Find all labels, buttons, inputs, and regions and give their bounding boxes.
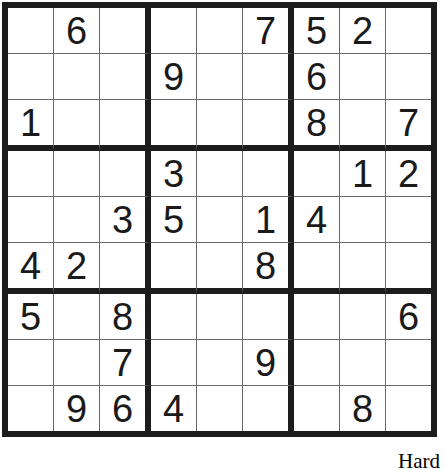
- cell-r3c6[interactable]: [243, 100, 294, 151]
- cell-r8c9[interactable]: [386, 340, 431, 386]
- sudoku-board: 6752961873123514428586799648: [2, 2, 437, 437]
- cell-r8c4[interactable]: [151, 340, 197, 386]
- cell-r6c9[interactable]: [386, 243, 431, 294]
- cell-r9c5[interactable]: [197, 386, 243, 431]
- cell-r9c6[interactable]: [243, 386, 294, 431]
- cell-r7c5[interactable]: [197, 294, 243, 340]
- cell-r1c5[interactable]: [197, 8, 243, 54]
- cell-r4c6[interactable]: [243, 151, 294, 197]
- cell-r1c3[interactable]: [100, 8, 151, 54]
- cell-r1c7[interactable]: 5: [294, 8, 340, 54]
- cell-r2c2[interactable]: [54, 54, 100, 100]
- difficulty-label: Hard: [398, 449, 440, 470]
- cell-r2c9[interactable]: [386, 54, 431, 100]
- cell-r7c8[interactable]: [340, 294, 386, 340]
- cell-r6c7[interactable]: [294, 243, 340, 294]
- cell-r6c5[interactable]: [197, 243, 243, 294]
- cell-r3c1[interactable]: 1: [8, 100, 54, 151]
- cell-r8c3[interactable]: 7: [100, 340, 151, 386]
- cell-r6c8[interactable]: [340, 243, 386, 294]
- cell-r6c6[interactable]: 8: [243, 243, 294, 294]
- cell-r2c6[interactable]: [243, 54, 294, 100]
- cell-r2c7[interactable]: 6: [294, 54, 340, 100]
- cell-r2c4[interactable]: 9: [151, 54, 197, 100]
- cell-r2c1[interactable]: [8, 54, 54, 100]
- cell-r5c6[interactable]: 1: [243, 197, 294, 243]
- cell-r1c1[interactable]: [8, 8, 54, 54]
- cell-r3c2[interactable]: [54, 100, 100, 151]
- cell-r4c1[interactable]: [8, 151, 54, 197]
- cell-r7c1[interactable]: 5: [8, 294, 54, 340]
- cell-r4c9[interactable]: 2: [386, 151, 431, 197]
- cell-r1c4[interactable]: [151, 8, 197, 54]
- sudoku-page: 6752961873123514428586799648 Hard: [0, 0, 444, 470]
- cell-r6c2[interactable]: 2: [54, 243, 100, 294]
- cell-r9c7[interactable]: [294, 386, 340, 431]
- cell-r8c6[interactable]: 9: [243, 340, 294, 386]
- cell-r5c1[interactable]: [8, 197, 54, 243]
- cell-r4c7[interactable]: [294, 151, 340, 197]
- cell-r1c6[interactable]: 7: [243, 8, 294, 54]
- cell-r9c9[interactable]: [386, 386, 431, 431]
- cell-r8c8[interactable]: [340, 340, 386, 386]
- cell-r6c3[interactable]: [100, 243, 151, 294]
- cell-r7c2[interactable]: [54, 294, 100, 340]
- cell-r8c7[interactable]: [294, 340, 340, 386]
- cell-r5c2[interactable]: [54, 197, 100, 243]
- cell-r4c4[interactable]: 3: [151, 151, 197, 197]
- cell-r9c2[interactable]: 9: [54, 386, 100, 431]
- cell-r8c5[interactable]: [197, 340, 243, 386]
- cell-r2c3[interactable]: [100, 54, 151, 100]
- cell-r2c5[interactable]: [197, 54, 243, 100]
- cell-r5c4[interactable]: 5: [151, 197, 197, 243]
- cell-r9c4[interactable]: 4: [151, 386, 197, 431]
- cell-r3c4[interactable]: [151, 100, 197, 151]
- cell-r6c1[interactable]: 4: [8, 243, 54, 294]
- cell-r9c3[interactable]: 6: [100, 386, 151, 431]
- cell-r1c9[interactable]: [386, 8, 431, 54]
- cell-r3c8[interactable]: [340, 100, 386, 151]
- cell-r7c9[interactable]: 6: [386, 294, 431, 340]
- cell-r1c8[interactable]: 2: [340, 8, 386, 54]
- cell-r5c8[interactable]: [340, 197, 386, 243]
- cell-r8c1[interactable]: [8, 340, 54, 386]
- cell-r5c9[interactable]: [386, 197, 431, 243]
- cell-r6c4[interactable]: [151, 243, 197, 294]
- cell-r4c2[interactable]: [54, 151, 100, 197]
- cell-r4c5[interactable]: [197, 151, 243, 197]
- cell-r3c3[interactable]: [100, 100, 151, 151]
- cell-r7c3[interactable]: 8: [100, 294, 151, 340]
- cell-r8c2[interactable]: [54, 340, 100, 386]
- cell-r7c7[interactable]: [294, 294, 340, 340]
- cell-r7c4[interactable]: [151, 294, 197, 340]
- cell-r5c5[interactable]: [197, 197, 243, 243]
- cell-r3c9[interactable]: 7: [386, 100, 431, 151]
- cell-r3c7[interactable]: 8: [294, 100, 340, 151]
- cell-r5c3[interactable]: 3: [100, 197, 151, 243]
- cell-r9c1[interactable]: [8, 386, 54, 431]
- cell-r9c8[interactable]: 8: [340, 386, 386, 431]
- cell-r4c3[interactable]: [100, 151, 151, 197]
- cell-r2c8[interactable]: [340, 54, 386, 100]
- cell-r3c5[interactable]: [197, 100, 243, 151]
- cell-r1c2[interactable]: 6: [54, 8, 100, 54]
- cell-r4c8[interactable]: 1: [340, 151, 386, 197]
- cell-r5c7[interactable]: 4: [294, 197, 340, 243]
- cell-r7c6[interactable]: [243, 294, 294, 340]
